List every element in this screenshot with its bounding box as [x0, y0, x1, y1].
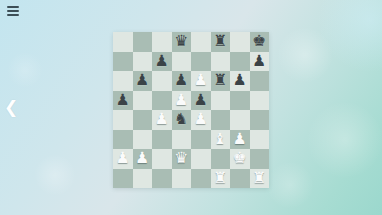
white-pawn-piece[interactable]: ♟ [194, 73, 208, 89]
square-f2[interactable] [211, 149, 231, 169]
square-b7[interactable] [133, 52, 153, 72]
square-a7[interactable] [113, 52, 133, 72]
square-a2[interactable]: ♟ [113, 149, 133, 169]
square-e6[interactable]: ♟ [191, 71, 211, 91]
black-knight-piece[interactable]: ♞ [174, 112, 188, 128]
back-chevron-icon[interactable]: ❮ [3, 96, 19, 118]
black-pawn-piece[interactable]: ♟ [155, 53, 169, 69]
square-h3[interactable] [250, 130, 270, 150]
square-b2[interactable]: ♟ [133, 149, 153, 169]
white-pawn-piece[interactable]: ♟ [174, 92, 188, 108]
black-pawn-piece[interactable]: ♟ [135, 73, 149, 89]
square-b5[interactable] [133, 91, 153, 111]
black-pawn-piece[interactable]: ♟ [194, 92, 208, 108]
square-g2[interactable]: ♚ [230, 149, 250, 169]
black-pawn-piece[interactable]: ♟ [252, 53, 266, 69]
square-f3[interactable]: ♝ [211, 130, 231, 150]
square-a5[interactable]: ♟ [113, 91, 133, 111]
square-d7[interactable] [172, 52, 192, 72]
square-f7[interactable] [211, 52, 231, 72]
white-pawn-piece[interactable]: ♟ [116, 151, 130, 167]
square-g7[interactable] [230, 52, 250, 72]
square-e8[interactable] [191, 32, 211, 52]
square-f6[interactable]: ♜ [211, 71, 231, 91]
square-c4[interactable]: ♟ [152, 110, 172, 130]
square-c8[interactable] [152, 32, 172, 52]
square-f4[interactable] [211, 110, 231, 130]
square-c2[interactable] [152, 149, 172, 169]
square-c6[interactable] [152, 71, 172, 91]
white-king-piece[interactable]: ♚ [233, 151, 247, 167]
square-c3[interactable] [152, 130, 172, 150]
square-h7[interactable]: ♟ [250, 52, 270, 72]
menu-icon-bar [7, 10, 19, 12]
square-a1[interactable] [113, 169, 133, 189]
square-d3[interactable] [172, 130, 192, 150]
square-g4[interactable] [230, 110, 250, 130]
square-h4[interactable] [250, 110, 270, 130]
square-h6[interactable] [250, 71, 270, 91]
square-e3[interactable] [191, 130, 211, 150]
square-d6[interactable]: ♟ [172, 71, 192, 91]
square-e4[interactable]: ♟ [191, 110, 211, 130]
menu-icon-bar [7, 14, 19, 16]
chess-board[interactable]: ♛♜♚♟♟♟♟♟♜♟♟♟♟♟♞♟♝♟♟♟♛♚♜♜ [113, 32, 269, 188]
square-g5[interactable] [230, 91, 250, 111]
square-b4[interactable] [133, 110, 153, 130]
black-pawn-piece[interactable]: ♟ [174, 73, 188, 89]
square-e7[interactable] [191, 52, 211, 72]
white-rook-piece[interactable]: ♜ [252, 170, 266, 186]
square-c7[interactable]: ♟ [152, 52, 172, 72]
square-c5[interactable] [152, 91, 172, 111]
square-a4[interactable] [113, 110, 133, 130]
square-b6[interactable]: ♟ [133, 71, 153, 91]
square-h1[interactable]: ♜ [250, 169, 270, 189]
white-bishop-piece[interactable]: ♝ [213, 131, 227, 147]
square-b3[interactable] [133, 130, 153, 150]
square-b1[interactable] [133, 169, 153, 189]
square-e5[interactable]: ♟ [191, 91, 211, 111]
square-a6[interactable] [113, 71, 133, 91]
square-d8[interactable]: ♛ [172, 32, 192, 52]
black-pawn-piece[interactable]: ♟ [233, 73, 247, 89]
white-rook-piece[interactable]: ♜ [213, 170, 227, 186]
square-a8[interactable] [113, 32, 133, 52]
square-g1[interactable] [230, 169, 250, 189]
black-king-piece[interactable]: ♚ [252, 34, 266, 50]
white-queen-piece[interactable]: ♛ [174, 151, 188, 167]
square-a3[interactable] [113, 130, 133, 150]
square-f5[interactable] [211, 91, 231, 111]
black-rook-piece[interactable]: ♜ [213, 73, 227, 89]
white-pawn-piece[interactable]: ♟ [135, 151, 149, 167]
white-pawn-piece[interactable]: ♟ [194, 112, 208, 128]
square-h8[interactable]: ♚ [250, 32, 270, 52]
black-queen-piece[interactable]: ♛ [174, 34, 188, 50]
square-d1[interactable] [172, 169, 192, 189]
square-g6[interactable]: ♟ [230, 71, 250, 91]
square-f8[interactable]: ♜ [211, 32, 231, 52]
menu-icon[interactable] [7, 6, 19, 16]
square-e1[interactable] [191, 169, 211, 189]
square-f1[interactable]: ♜ [211, 169, 231, 189]
square-h2[interactable] [250, 149, 270, 169]
square-g3[interactable]: ♟ [230, 130, 250, 150]
square-b8[interactable] [133, 32, 153, 52]
black-rook-piece[interactable]: ♜ [213, 34, 227, 50]
white-pawn-piece[interactable]: ♟ [155, 112, 169, 128]
square-c1[interactable] [152, 169, 172, 189]
square-e2[interactable] [191, 149, 211, 169]
menu-icon-bar [7, 6, 19, 8]
square-d5[interactable]: ♟ [172, 91, 192, 111]
square-h5[interactable] [250, 91, 270, 111]
white-pawn-piece[interactable]: ♟ [233, 131, 247, 147]
black-pawn-piece[interactable]: ♟ [116, 92, 130, 108]
square-d2[interactable]: ♛ [172, 149, 192, 169]
square-d4[interactable]: ♞ [172, 110, 192, 130]
square-g8[interactable] [230, 32, 250, 52]
